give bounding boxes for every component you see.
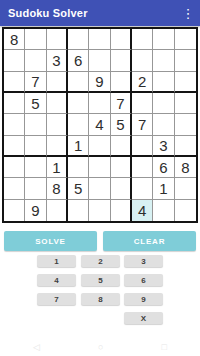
cell-r1c6[interactable]: [111, 29, 132, 50]
keypad-2[interactable]: 2: [81, 255, 120, 267]
cell-r7c7[interactable]: [132, 157, 153, 178]
cell-r2c9[interactable]: [175, 50, 196, 71]
cell-r9c8[interactable]: [153, 200, 174, 221]
solve-button[interactable]: SOLVE: [4, 231, 97, 251]
back-icon[interactable]: ◁: [33, 343, 40, 352]
cell-r1c8[interactable]: [153, 29, 174, 50]
app-title: Sudoku Solver: [8, 7, 88, 19]
keypad-5[interactable]: 5: [81, 274, 120, 286]
cell-r7c2[interactable]: [25, 157, 46, 178]
cell-r5c4[interactable]: [68, 114, 89, 135]
cell-r8c4[interactable]: 5: [68, 178, 89, 199]
cell-r4c8[interactable]: [153, 93, 174, 114]
cell-r5c6[interactable]: 5: [111, 114, 132, 135]
cell-r5c1[interactable]: [4, 114, 25, 135]
cell-r9c6[interactable]: [111, 200, 132, 221]
cell-r4c9[interactable]: [175, 93, 196, 114]
keypad-1[interactable]: 1: [37, 255, 76, 267]
cell-r9c1[interactable]: [4, 200, 25, 221]
keypad-9[interactable]: 9: [124, 293, 163, 305]
cell-r3c2[interactable]: 7: [25, 72, 46, 93]
cell-r5c2[interactable]: [25, 114, 46, 135]
cell-r4c5[interactable]: [89, 93, 110, 114]
cell-r9c5[interactable]: [89, 200, 110, 221]
cell-r1c9[interactable]: [175, 29, 196, 50]
cell-r5c7[interactable]: 7: [132, 114, 153, 135]
cell-r4c4[interactable]: [68, 93, 89, 114]
cell-r7c4[interactable]: [68, 157, 89, 178]
cell-r9c9[interactable]: [175, 200, 196, 221]
cell-r9c3[interactable]: [47, 200, 68, 221]
cell-r4c2[interactable]: 5: [25, 93, 46, 114]
cell-r2c8[interactable]: [153, 50, 174, 71]
keypad-6[interactable]: 6: [124, 274, 163, 286]
clear-button[interactable]: CLEAR: [103, 231, 196, 251]
cell-r3c5[interactable]: 9: [89, 72, 110, 93]
cell-r6c1[interactable]: [4, 136, 25, 157]
cell-r2c2[interactable]: [25, 50, 46, 71]
android-nav-bar: ◁ ○ □: [0, 340, 200, 354]
cell-r6c3[interactable]: [47, 136, 68, 157]
cell-r1c2[interactable]: [25, 29, 46, 50]
overflow-menu-icon[interactable]: ⋮: [180, 0, 196, 26]
cell-r7c1[interactable]: [4, 157, 25, 178]
cell-r1c3[interactable]: [47, 29, 68, 50]
keypad-3[interactable]: 3: [124, 255, 163, 267]
keypad-7[interactable]: 7: [37, 293, 76, 305]
cell-r1c1[interactable]: 8: [4, 29, 25, 50]
cell-r6c2[interactable]: [25, 136, 46, 157]
cell-r3c4[interactable]: [68, 72, 89, 93]
cell-r6c8[interactable]: 3: [153, 136, 174, 157]
cell-r9c4[interactable]: [68, 200, 89, 221]
cell-r3c7[interactable]: 2: [132, 72, 153, 93]
app-bar: Sudoku Solver ⋮: [0, 0, 200, 26]
cell-r6c9[interactable]: [175, 136, 196, 157]
cell-r4c7[interactable]: [132, 93, 153, 114]
cell-r5c5[interactable]: 4: [89, 114, 110, 135]
cell-r4c3[interactable]: [47, 93, 68, 114]
cell-r7c5[interactable]: [89, 157, 110, 178]
cell-r3c8[interactable]: [153, 72, 174, 93]
keypad-4[interactable]: 4: [37, 274, 76, 286]
cell-r7c6[interactable]: [111, 157, 132, 178]
cell-r3c9[interactable]: [175, 72, 196, 93]
cell-r7c9[interactable]: 8: [175, 157, 196, 178]
cell-r5c3[interactable]: [47, 114, 68, 135]
cell-r1c7[interactable]: [132, 29, 153, 50]
cell-r8c3[interactable]: 8: [47, 178, 68, 199]
cell-r2c6[interactable]: [111, 50, 132, 71]
cell-r4c6[interactable]: 7: [111, 93, 132, 114]
cell-r2c5[interactable]: [89, 50, 110, 71]
recents-icon[interactable]: □: [162, 343, 167, 352]
cell-r8c6[interactable]: [111, 178, 132, 199]
cell-r1c5[interactable]: [89, 29, 110, 50]
cell-r2c7[interactable]: [132, 50, 153, 71]
cell-r3c6[interactable]: [111, 72, 132, 93]
cell-r5c9[interactable]: [175, 114, 196, 135]
cell-r7c8[interactable]: 6: [153, 157, 174, 178]
keypad-8[interactable]: 8: [81, 293, 120, 305]
cell-r4c1[interactable]: [4, 93, 25, 114]
sudoku-board: 836792574571316885194: [2, 27, 198, 223]
cell-r2c1[interactable]: [4, 50, 25, 71]
cell-r8c2[interactable]: [25, 178, 46, 199]
cell-r5c8[interactable]: [153, 114, 174, 135]
cell-r3c3[interactable]: [47, 72, 68, 93]
home-icon[interactable]: ○: [98, 343, 103, 352]
cell-r2c4[interactable]: 6: [68, 50, 89, 71]
cell-r6c4[interactable]: 1: [68, 136, 89, 157]
cell-r6c5[interactable]: [89, 136, 110, 157]
cell-r2c3[interactable]: 3: [47, 50, 68, 71]
keypad-x[interactable]: X: [124, 312, 163, 324]
cell-r6c7[interactable]: [132, 136, 153, 157]
cell-r8c9[interactable]: [175, 178, 196, 199]
cell-r7c3[interactable]: 1: [47, 157, 68, 178]
cell-r8c5[interactable]: [89, 178, 110, 199]
cell-r1c4[interactable]: [68, 29, 89, 50]
cell-r3c1[interactable]: [4, 72, 25, 93]
cell-r9c7[interactable]: 4: [132, 200, 153, 221]
cell-r8c1[interactable]: [4, 178, 25, 199]
cell-r8c7[interactable]: [132, 178, 153, 199]
cell-r8c8[interactable]: 1: [153, 178, 174, 199]
cell-r9c2[interactable]: 9: [25, 200, 46, 221]
cell-r6c6[interactable]: [111, 136, 132, 157]
